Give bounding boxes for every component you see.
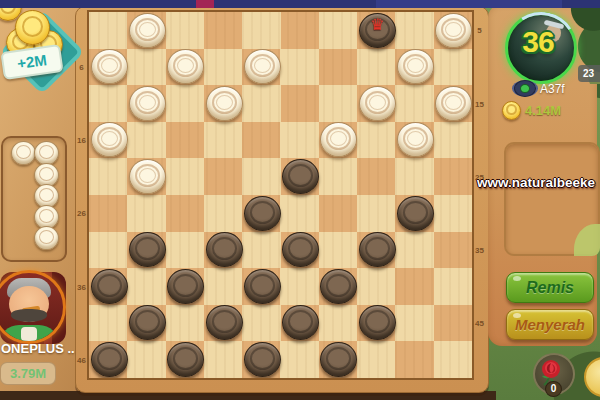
- coin-icon: [15, 10, 50, 45]
- square[interactable]: [395, 158, 433, 195]
- square[interactable]: [357, 195, 395, 232]
- square[interactable]: [242, 85, 280, 122]
- white-man-sq6[interactable]: [91, 49, 128, 84]
- coin-icon: [502, 101, 521, 120]
- square[interactable]: [281, 341, 319, 378]
- black-man-sq41[interactable]: [129, 305, 166, 340]
- square[interactable]: [204, 122, 242, 159]
- black-man-sq37[interactable]: [167, 269, 204, 304]
- white-man-sq21[interactable]: [129, 159, 166, 194]
- square[interactable]: [204, 158, 242, 195]
- square[interactable]: [319, 85, 357, 122]
- square[interactable]: [204, 341, 242, 378]
- square[interactable]: [166, 122, 204, 159]
- white-man-sq11[interactable]: [129, 86, 166, 121]
- black-man-sq48[interactable]: [244, 342, 281, 377]
- square[interactable]: [127, 49, 165, 86]
- square-number-label: 6: [75, 63, 88, 72]
- square[interactable]: [166, 305, 204, 342]
- black-man-sq23[interactable]: [282, 159, 319, 194]
- square[interactable]: [357, 268, 395, 305]
- player-name: ONEPLUS ..: [1, 341, 87, 356]
- black-man-sq34[interactable]: [359, 232, 396, 267]
- opponent-name: A37f: [540, 82, 565, 96]
- square[interactable]: [89, 158, 127, 195]
- surrender-button[interactable]: Menyerah: [506, 309, 594, 340]
- square-number-label: 35: [473, 246, 486, 255]
- watermark: www.naturalbeeke: [477, 175, 595, 190]
- black-man-sq44[interactable]: [359, 305, 396, 340]
- square[interactable]: [166, 232, 204, 269]
- captured-white-disc: [34, 205, 59, 229]
- square[interactable]: [127, 341, 165, 378]
- square[interactable]: [434, 158, 472, 195]
- black-man-sq30[interactable]: [397, 196, 434, 231]
- black-man-sq33[interactable]: [282, 232, 319, 267]
- square[interactable]: [127, 268, 165, 305]
- white-man-sq14[interactable]: [359, 86, 396, 121]
- square[interactable]: [395, 341, 433, 378]
- leaf-accent: [574, 224, 600, 256]
- square[interactable]: [242, 305, 280, 342]
- status-bar-segment: [376, 0, 562, 8]
- square[interactable]: [357, 341, 395, 378]
- square[interactable]: [242, 12, 280, 49]
- draw-button[interactable]: Remis: [506, 272, 594, 303]
- black-man-sq42[interactable]: [206, 305, 243, 340]
- black-man-sq39[interactable]: [320, 269, 357, 304]
- square[interactable]: [281, 268, 319, 305]
- black-man-sq32[interactable]: [206, 232, 243, 267]
- square[interactable]: [166, 12, 204, 49]
- square[interactable]: [434, 268, 472, 305]
- captured-white-disc: [34, 163, 59, 187]
- square[interactable]: [89, 232, 127, 269]
- square[interactable]: [319, 232, 357, 269]
- white-man-sq16[interactable]: [91, 122, 128, 157]
- black-man-sq38[interactable]: [244, 269, 281, 304]
- square[interactable]: [395, 268, 433, 305]
- captured-white-disc: [11, 141, 36, 165]
- black-man-sq28[interactable]: [244, 196, 281, 231]
- square[interactable]: [166, 158, 204, 195]
- captured-white-disc: [34, 141, 59, 165]
- square[interactable]: [434, 305, 472, 342]
- king-crown-icon: ♛: [360, 15, 395, 34]
- square[interactable]: [281, 49, 319, 86]
- square[interactable]: [204, 195, 242, 232]
- square[interactable]: [319, 195, 357, 232]
- square-number-label: 5: [473, 26, 486, 35]
- square[interactable]: [89, 305, 127, 342]
- square-number-label: 15: [473, 100, 486, 109]
- square[interactable]: [357, 49, 395, 86]
- square-number-label: 16: [75, 136, 88, 145]
- captured-white-disc: [34, 184, 59, 208]
- square[interactable]: [395, 232, 433, 269]
- square[interactable]: [395, 12, 433, 49]
- square[interactable]: [166, 195, 204, 232]
- square[interactable]: [319, 158, 357, 195]
- captured-black-tray: [504, 142, 600, 256]
- square[interactable]: [89, 85, 127, 122]
- square[interactable]: [281, 85, 319, 122]
- avatar-mustache: [11, 309, 47, 322]
- square[interactable]: [166, 85, 204, 122]
- edge-counter-pill[interactable]: 23: [578, 65, 600, 82]
- square[interactable]: [89, 12, 127, 49]
- square[interactable]: [281, 195, 319, 232]
- square[interactable]: [357, 122, 395, 159]
- white-man-sq10[interactable]: [397, 49, 434, 84]
- avatar-shirt: [21, 327, 37, 341]
- white-man-sq5[interactable]: [435, 13, 472, 48]
- square[interactable]: [395, 85, 433, 122]
- square-number-label: 45: [473, 319, 486, 328]
- square[interactable]: [242, 158, 280, 195]
- square[interactable]: [357, 158, 395, 195]
- square[interactable]: [434, 341, 472, 378]
- square[interactable]: [319, 49, 357, 86]
- square[interactable]: [204, 12, 242, 49]
- square[interactable]: [281, 12, 319, 49]
- square[interactable]: [281, 122, 319, 159]
- square[interactable]: [127, 195, 165, 232]
- square[interactable]: [127, 122, 165, 159]
- captured-white-disc: [34, 226, 59, 250]
- square[interactable]: [319, 12, 357, 49]
- square-number-label: 36: [75, 283, 88, 292]
- turn-timer: 36: [505, 25, 571, 59]
- square[interactable]: [319, 305, 357, 342]
- square[interactable]: [242, 122, 280, 159]
- square[interactable]: [434, 122, 472, 159]
- square[interactable]: [395, 305, 433, 342]
- status-bar-segment: [196, 0, 214, 8]
- square[interactable]: [434, 232, 472, 269]
- player-coins: 3.79M: [0, 362, 56, 385]
- white-man-sq12[interactable]: [206, 86, 243, 121]
- square-number-label: 46: [75, 356, 88, 365]
- opponent-coins: 4.14M: [525, 103, 561, 118]
- black-man-sq46[interactable]: [91, 342, 128, 377]
- square[interactable]: [434, 49, 472, 86]
- black-man-sq31[interactable]: [129, 232, 166, 267]
- square[interactable]: [204, 49, 242, 86]
- square[interactable]: [204, 268, 242, 305]
- square[interactable]: [242, 232, 280, 269]
- white-man-sq15[interactable]: [435, 86, 472, 121]
- square[interactable]: [89, 195, 127, 232]
- draughts-board[interactable]: ♛: [89, 12, 472, 378]
- black-king-sq4[interactable]: ♛: [359, 13, 396, 48]
- black-man-sq47[interactable]: [167, 342, 204, 377]
- black-man-sq36[interactable]: [91, 269, 128, 304]
- square-number-label: 26: [75, 209, 88, 218]
- square[interactable]: [434, 195, 472, 232]
- top-status-bar: [0, 0, 600, 8]
- gift-count-badge: 0: [545, 381, 562, 397]
- white-man-sq1[interactable]: [129, 13, 166, 48]
- rank-badge-icon: [514, 80, 536, 97]
- white-man-sq8[interactable]: [244, 49, 281, 84]
